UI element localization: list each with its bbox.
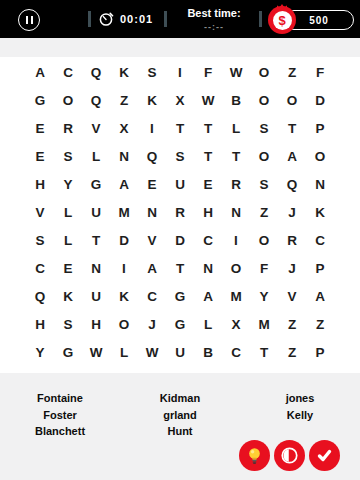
board: ACQKSIFWOZFGOQZKXWBOODERVXITTLSTPESLNQST… [0, 57, 360, 373]
grid-cell-g11[interactable]: B [194, 338, 222, 366]
grid-cell-i3[interactable]: S [250, 114, 278, 142]
pause-button[interactable] [18, 9, 40, 31]
grid-cell-a3[interactable]: E [26, 114, 54, 142]
half-circle-icon [280, 446, 299, 465]
grid-cell-k4[interactable]: O [306, 142, 334, 170]
grid-cell-c7[interactable]: T [82, 226, 110, 254]
grid-cell-g9[interactable]: A [194, 282, 222, 310]
grid-cell-k8[interactable]: P [306, 254, 334, 282]
grid-cell-e10[interactable]: J [138, 310, 166, 338]
lightbulb-icon [245, 446, 264, 465]
grid-cell-a7[interactable]: S [26, 226, 54, 254]
best-time-label: Best time: [172, 7, 256, 19]
grid-cell-a4[interactable]: E [26, 142, 54, 170]
grid-cell-a9[interactable]: Q [26, 282, 54, 310]
grid-cell-j1[interactable]: Z [278, 58, 306, 86]
word-item-jones: jones [240, 390, 360, 407]
grid-cell-c8[interactable]: N [82, 254, 110, 282]
grid-cell-i5[interactable]: S [250, 170, 278, 198]
divider [164, 11, 167, 27]
grid-cell-h3[interactable]: L [222, 114, 250, 142]
grid-cell-e4[interactable]: Q [138, 142, 166, 170]
grid-cell-d10[interactable]: O [110, 310, 138, 338]
grid-cell-k5[interactable]: N [306, 170, 334, 198]
grid-cell-f4[interactable]: S [166, 142, 194, 170]
letter-grid: ACQKSIFWOZFGOQZKXWBOODERVXITTLSTPESLNQST… [26, 58, 334, 366]
grid-cell-b11[interactable]: G [54, 338, 82, 366]
grid-cell-c1[interactable]: Q [82, 58, 110, 86]
grid-cell-e1[interactable]: S [138, 58, 166, 86]
confirm-button[interactable] [309, 440, 340, 471]
grid-cell-f3[interactable]: T [166, 114, 194, 142]
grid-cell-a10[interactable]: H [26, 310, 54, 338]
grid-cell-h2[interactable]: B [222, 86, 250, 114]
grid-cell-h10[interactable]: X [222, 310, 250, 338]
word-column-1: FontaineFosterBlanchett [0, 390, 120, 440]
grid-cell-a1[interactable]: A [26, 58, 54, 86]
grid-cell-f6[interactable]: R [166, 198, 194, 226]
grid-cell-g3[interactable]: T [194, 114, 222, 142]
grid-cell-j10[interactable]: Z [278, 310, 306, 338]
grid-cell-i1[interactable]: O [250, 58, 278, 86]
check-icon [314, 445, 335, 466]
grid-cell-e7[interactable]: V [138, 226, 166, 254]
word-item-blanchett: Blanchett [0, 423, 120, 440]
grid-cell-k7[interactable]: C [306, 226, 334, 254]
grid-cell-f11[interactable]: U [166, 338, 194, 366]
word-item-foster: Foster [0, 407, 120, 424]
grid-cell-e2[interactable]: K [138, 86, 166, 114]
grid-cell-b9[interactable]: K [54, 282, 82, 310]
dollar-icon: $ [273, 11, 292, 30]
grid-cell-a8[interactable]: C [26, 254, 54, 282]
grid-cell-k6[interactable]: K [306, 198, 334, 226]
word-item-kidman: Kidman [120, 390, 240, 407]
grid-cell-h4[interactable]: T [222, 142, 250, 170]
coin-count: 500 [309, 15, 329, 26]
grid-cell-f1[interactable]: I [166, 58, 194, 86]
grid-cell-d4[interactable]: N [110, 142, 138, 170]
grid-cell-h9[interactable]: M [222, 282, 250, 310]
word-item-hunt: Hunt [120, 423, 240, 440]
grid-cell-f5[interactable]: U [166, 170, 194, 198]
timer-value: 00:01 [120, 13, 153, 25]
grid-cell-d1[interactable]: K [110, 58, 138, 86]
grid-cell-c3[interactable]: V [82, 114, 110, 142]
divider [88, 11, 91, 27]
grid-cell-j7[interactable]: R [278, 226, 306, 254]
grid-cell-e3[interactable]: I [138, 114, 166, 142]
grid-cell-c2[interactable]: Q [82, 86, 110, 114]
grid-cell-k3[interactable]: P [306, 114, 334, 142]
grid-cell-b4[interactable]: S [54, 142, 82, 170]
grid-cell-d9[interactable]: K [110, 282, 138, 310]
grid-cell-h1[interactable]: W [222, 58, 250, 86]
grid-cell-e6[interactable]: N [138, 198, 166, 226]
grid-cell-j11[interactable]: Z [278, 338, 306, 366]
grid-cell-d2[interactable]: Z [110, 86, 138, 114]
grid-cell-i11[interactable]: T [250, 338, 278, 366]
grid-cell-d7[interactable]: D [110, 226, 138, 254]
word-list: FontaineFosterBlanchettKidmangrlandHuntj… [0, 390, 360, 440]
best-time: Best time: --:-- [172, 7, 256, 32]
grid-cell-c10[interactable]: H [82, 310, 110, 338]
grid-cell-c11[interactable]: W [82, 338, 110, 366]
grid-cell-e5[interactable]: E [138, 170, 166, 198]
grid-cell-a5[interactable]: H [26, 170, 54, 198]
crown-icon [277, 4, 287, 10]
grid-cell-j9[interactable]: V [278, 282, 306, 310]
grid-cell-d11[interactable]: L [110, 338, 138, 366]
grid-cell-d6[interactable]: M [110, 198, 138, 226]
grid-cell-k2[interactable]: D [306, 86, 334, 114]
grid-cell-k11[interactable]: P [306, 338, 334, 366]
grid-cell-e9[interactable]: C [138, 282, 166, 310]
grid-cell-h8[interactable]: O [222, 254, 250, 282]
grid-cell-h5[interactable]: R [222, 170, 250, 198]
grid-cell-g4[interactable]: T [194, 142, 222, 170]
grid-cell-c4[interactable]: L [82, 142, 110, 170]
grid-cell-e8[interactable]: A [138, 254, 166, 282]
grid-cell-g6[interactable]: H [194, 198, 222, 226]
divider [259, 11, 262, 27]
grid-cell-j4[interactable]: A [278, 142, 306, 170]
grid-cell-b2[interactable]: O [54, 86, 82, 114]
grid-cell-h6[interactable]: N [222, 198, 250, 226]
grid-cell-b3[interactable]: R [54, 114, 82, 142]
grid-cell-b5[interactable]: Y [54, 170, 82, 198]
grid-cell-j8[interactable]: J [278, 254, 306, 282]
grid-cell-g10[interactable]: L [194, 310, 222, 338]
grid-cell-g7[interactable]: C [194, 226, 222, 254]
grid-cell-g5[interactable]: E [194, 170, 222, 198]
word-column-3: jonesKelly [240, 390, 360, 440]
grid-cell-i6[interactable]: Z [250, 198, 278, 226]
grid-cell-a6[interactable]: V [26, 198, 54, 226]
grid-cell-c5[interactable]: G [82, 170, 110, 198]
grid-cell-j3[interactable]: T [278, 114, 306, 142]
grid-cell-f10[interactable]: G [166, 310, 194, 338]
grid-cell-i7[interactable]: O [250, 226, 278, 254]
pause-icon [26, 16, 28, 24]
grid-cell-h11[interactable]: C [222, 338, 250, 366]
stopwatch-icon [98, 10, 115, 27]
grid-cell-i9[interactable]: Y [250, 282, 278, 310]
grid-cell-d3[interactable]: X [110, 114, 138, 142]
grid-cell-b7[interactable]: L [54, 226, 82, 254]
grid-cell-b10[interactable]: S [54, 310, 82, 338]
coin-badge[interactable]: 500 $ [268, 5, 356, 35]
header-bar: 00:01 Best time: --:-- 500 $ [0, 0, 360, 38]
grid-cell-a2[interactable]: G [26, 86, 54, 114]
grid-cell-j5[interactable]: Q [278, 170, 306, 198]
grid-cell-f8[interactable]: T [166, 254, 194, 282]
grid-cell-i8[interactable]: F [250, 254, 278, 282]
grid-cell-f7[interactable]: D [166, 226, 194, 254]
grid-cell-k9[interactable]: A [306, 282, 334, 310]
grid-cell-b1[interactable]: C [54, 58, 82, 86]
grid-cell-f2[interactable]: X [166, 86, 194, 114]
grid-cell-g1[interactable]: F [194, 58, 222, 86]
reveal-button[interactable] [274, 440, 305, 471]
word-item-kelly: Kelly [240, 407, 360, 424]
action-buttons [239, 440, 340, 471]
grid-cell-f9[interactable]: G [166, 282, 194, 310]
grid-cell-k10[interactable]: Z [306, 310, 334, 338]
grid-cell-h7[interactable]: I [222, 226, 250, 254]
grid-cell-c6[interactable]: U [82, 198, 110, 226]
grid-cell-a11[interactable]: Y [26, 338, 54, 366]
grid-cell-g8[interactable]: N [194, 254, 222, 282]
hint-button[interactable] [239, 440, 270, 471]
grid-cell-e11[interactable]: W [138, 338, 166, 366]
grid-cell-b8[interactable]: E [54, 254, 82, 282]
grid-cell-b6[interactable]: L [54, 198, 82, 226]
best-time-value: --:-- [172, 22, 256, 32]
grid-cell-i2[interactable]: O [250, 86, 278, 114]
coin-icon: $ [268, 6, 296, 34]
grid-cell-i4[interactable]: O [250, 142, 278, 170]
grid-cell-g2[interactable]: W [194, 86, 222, 114]
grid-cell-j2[interactable]: O [278, 86, 306, 114]
word-item-grland: grland [120, 407, 240, 424]
word-item-fontaine: Fontaine [0, 390, 120, 407]
grid-cell-i10[interactable]: M [250, 310, 278, 338]
grid-cell-d8[interactable]: I [110, 254, 138, 282]
grid-cell-j6[interactable]: J [278, 198, 306, 226]
grid-cell-d5[interactable]: A [110, 170, 138, 198]
grid-cell-c9[interactable]: U [82, 282, 110, 310]
grid-cell-k1[interactable]: F [306, 58, 334, 86]
word-column-2: KidmangrlandHunt [120, 390, 240, 440]
